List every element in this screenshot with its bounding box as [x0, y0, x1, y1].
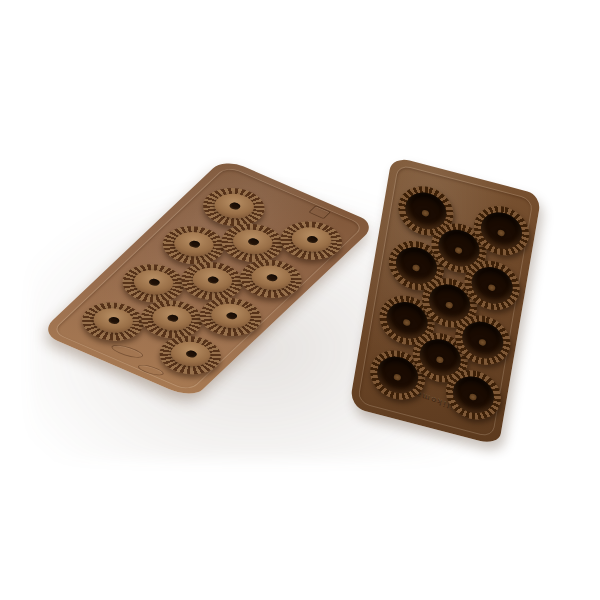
embossed-square-logo-icon — [308, 205, 331, 219]
embossed-oval-stamp — [136, 363, 166, 377]
embossed-oval-stamp — [109, 343, 146, 361]
product-photo-scene: silikomart — [0, 0, 600, 600]
